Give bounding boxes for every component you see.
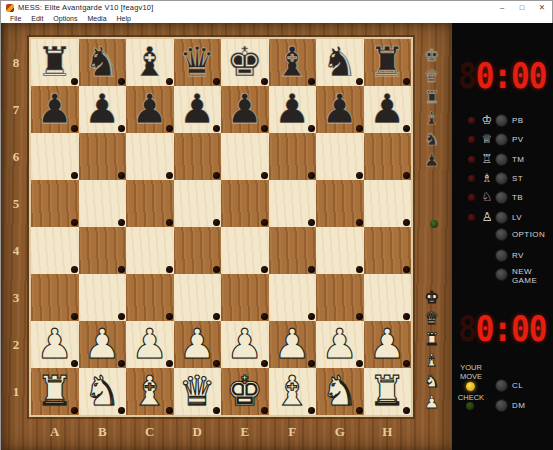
tray-black-pawn-icon[interactable]: ♟ [411, 150, 452, 171]
close-button[interactable]: ✕ [532, 1, 552, 14]
sensor-dot [118, 172, 125, 179]
sensor-dot [308, 266, 315, 273]
rank-label-4: 4 [1, 227, 31, 274]
sensor-dot [71, 266, 78, 273]
mame-logo-icon [6, 4, 14, 12]
square-b8[interactable]: ♞ [79, 39, 127, 86]
led-lv [468, 214, 475, 221]
panel-row-tb: ♘TB [452, 188, 553, 207]
sensor-dot [356, 266, 363, 273]
piece-white-pawn[interactable]: ♟ [31, 321, 79, 368]
piece-white-pawn[interactable]: ♟ [174, 321, 222, 368]
square-a8[interactable]: ♜ [31, 39, 79, 86]
chess-board-frame: ♜♞♝♛♚♝♞♜♟♟♟♟♟♟♟♟♟♟♟♟♟♟♟♟♜♞♝♛♚♝♞♜ 8765432… [1, 23, 452, 450]
clock-top-value: 0:00 [476, 56, 547, 96]
rank-label-3: 3 [1, 274, 31, 321]
pawn-icon: ♙ [479, 210, 495, 224]
sensor-dot [118, 266, 125, 273]
piece-white-pawn[interactable]: ♟ [79, 321, 127, 368]
sensor-dot [213, 313, 220, 320]
square-b7[interactable]: ♟ [79, 86, 127, 133]
piece-black-knight[interactable]: ♞ [316, 39, 364, 86]
sensor-dot [403, 313, 410, 320]
square-e5[interactable] [221, 180, 269, 227]
piece-white-queen[interactable]: ♛ [174, 368, 222, 415]
piece-black-pawn[interactable]: ♟ [31, 86, 79, 133]
sensor-dot [166, 219, 173, 226]
knight-icon: ♘ [479, 190, 495, 204]
tray-black-queen-icon[interactable]: ♛ [411, 66, 452, 87]
tray-select-led [430, 220, 438, 228]
panel-row-st: ♗ST [452, 169, 553, 188]
sensor-dot [166, 313, 173, 320]
piece-white-pawn[interactable]: ♟ [126, 321, 174, 368]
label-cl: CL [512, 381, 523, 390]
led-tb [468, 194, 475, 201]
square-a1[interactable]: ♜ [31, 368, 79, 415]
square-g2[interactable]: ♟ [316, 321, 364, 368]
file-label-h: H [364, 415, 412, 450]
square-d1[interactable]: ♛ [174, 368, 222, 415]
minimize-button[interactable]: – [492, 1, 512, 14]
square-f6[interactable] [269, 133, 317, 180]
label-tb: TB [512, 193, 523, 202]
square-f5[interactable] [269, 180, 317, 227]
queen-icon: ♕ [479, 132, 495, 146]
piece-white-knight[interactable]: ♞ [316, 368, 364, 415]
sensor-dot [261, 266, 268, 273]
led-st [468, 175, 475, 182]
square-c1[interactable]: ♝ [126, 368, 174, 415]
square-g1[interactable]: ♞ [316, 368, 364, 415]
content-area: ♜♞♝♛♚♝♞♜♟♟♟♟♟♟♟♟♟♟♟♟♟♟♟♟♜♞♝♛♚♝♞♜ 8765432… [1, 23, 553, 450]
square-e8[interactable]: ♚ [221, 39, 269, 86]
led-pb [468, 117, 475, 124]
menu-bar: FileEditOptionsMediaHelp [1, 14, 552, 23]
file-label-b: B [79, 415, 127, 450]
square-b6[interactable] [79, 133, 127, 180]
piece-black-pawn[interactable]: ♟ [174, 86, 222, 133]
square-e1[interactable]: ♚ [221, 368, 269, 415]
square-a7[interactable]: ♟ [31, 86, 79, 133]
file-labels: ABCDEFGH [31, 415, 411, 450]
rank-label-6: 6 [1, 133, 31, 180]
piece-white-bishop[interactable]: ♝ [269, 368, 317, 415]
sensor-dot [261, 172, 268, 179]
square-c6[interactable] [126, 133, 174, 180]
sensor-dot [213, 219, 220, 226]
sensor-dot [308, 313, 315, 320]
piece-black-pawn[interactable]: ♟ [126, 86, 174, 133]
sensor-dot [71, 219, 78, 226]
piece-black-knight[interactable]: ♞ [79, 39, 127, 86]
app-window: MESS: Elite Avantgarde V10 [feagv10] – □… [0, 0, 553, 450]
label-pb: PB [512, 116, 523, 125]
square-a5[interactable] [31, 180, 79, 227]
window-title: MESS: Elite Avantgarde V10 [feagv10] [18, 3, 153, 12]
tray-white-rook-icon[interactable]: ♜ [411, 329, 452, 350]
rank-label-1: 1 [1, 368, 31, 415]
piece-white-pawn[interactable]: ♟ [269, 321, 317, 368]
square-e7[interactable]: ♟ [221, 86, 269, 133]
piece-white-pawn[interactable]: ♟ [221, 321, 269, 368]
square-g5[interactable] [316, 180, 364, 227]
piece-black-pawn[interactable]: ♟ [316, 86, 364, 133]
button-rv[interactable] [496, 250, 507, 261]
file-label-a: A [31, 415, 79, 450]
rank-label-5: 5 [1, 180, 31, 227]
rank-labels: 87654321 [1, 39, 31, 415]
file-label-c: C [126, 415, 174, 450]
piece-white-rook[interactable]: ♜ [31, 368, 79, 415]
sensor-dot [213, 172, 220, 179]
square-a3[interactable] [31, 274, 79, 321]
tray-black-knight-icon[interactable]: ♞ [411, 129, 452, 150]
label-rv: RV [512, 251, 524, 260]
piece-white-rook[interactable]: ♜ [364, 368, 412, 415]
button-st[interactable] [496, 173, 507, 184]
button-new-game[interactable] [496, 269, 507, 280]
square-h4[interactable] [364, 227, 412, 274]
square-d3[interactable] [174, 274, 222, 321]
square-g8[interactable]: ♞ [316, 39, 364, 86]
square-f1[interactable]: ♝ [269, 368, 317, 415]
square-f4[interactable] [269, 227, 317, 274]
square-h8[interactable]: ♜ [364, 39, 412, 86]
square-b5[interactable] [79, 180, 127, 227]
king-icon: ♔ [479, 113, 495, 127]
sensor-dot [356, 313, 363, 320]
clock-display-bottom: 80:00 [458, 309, 553, 349]
menu-item-file[interactable]: File [6, 15, 27, 22]
square-e2[interactable]: ♟ [221, 321, 269, 368]
square-h6[interactable] [364, 133, 412, 180]
square-d4[interactable] [174, 227, 222, 274]
square-g4[interactable] [316, 227, 364, 274]
square-d2[interactable]: ♟ [174, 321, 222, 368]
window-controls: – □ ✕ [492, 1, 552, 14]
square-a4[interactable] [31, 227, 79, 274]
piece-white-knight[interactable]: ♞ [79, 368, 127, 415]
rook-icon: ♖ [479, 152, 495, 166]
button-tm[interactable] [496, 154, 507, 165]
square-c4[interactable] [126, 227, 174, 274]
square-e6[interactable] [221, 133, 269, 180]
square-h1[interactable]: ♜ [364, 368, 412, 415]
square-g6[interactable] [316, 133, 364, 180]
panel-row-new-game: NEWGAME [452, 262, 553, 281]
label-dm: DM [512, 401, 525, 410]
square-c5[interactable] [126, 180, 174, 227]
led-pv [468, 136, 475, 143]
square-e4[interactable] [221, 227, 269, 274]
bishop-icon: ♗ [479, 171, 495, 185]
sensor-dot [118, 313, 125, 320]
piece-white-king[interactable]: ♚ [221, 368, 269, 415]
sensor-dot [261, 219, 268, 226]
sensor-dot [118, 219, 125, 226]
tray-white-pieces: ♚♛♜♝♞♟ [411, 287, 452, 413]
square-h2[interactable]: ♟ [364, 321, 412, 368]
label-pv: PV [512, 135, 523, 144]
tray-white-knight-icon[interactable]: ♞ [411, 371, 452, 392]
piece-black-king[interactable]: ♚ [221, 39, 269, 86]
sensor-dot [308, 219, 315, 226]
menu-item-help[interactable]: Help [113, 15, 137, 22]
piece-black-pawn[interactable]: ♟ [364, 86, 412, 133]
panel-row-cl: CL [452, 376, 553, 395]
panel-row-dm: DM [452, 396, 553, 415]
square-d7[interactable]: ♟ [174, 86, 222, 133]
label-new-game: NEWGAME [512, 267, 537, 285]
menu-item-media[interactable]: Media [83, 15, 112, 22]
piece-black-pawn[interactable]: ♟ [221, 86, 269, 133]
button-pb[interactable] [496, 115, 507, 126]
square-g7[interactable]: ♟ [316, 86, 364, 133]
board-grid: ♜♞♝♛♚♝♞♜♟♟♟♟♟♟♟♟♟♟♟♟♟♟♟♟♜♞♝♛♚♝♞♜ [31, 39, 411, 415]
square-b1[interactable]: ♞ [79, 368, 127, 415]
tray-white-pawn-icon[interactable]: ♟ [411, 392, 452, 413]
sensor-dot [403, 219, 410, 226]
sensor-dot [213, 266, 220, 273]
button-lv[interactable] [496, 212, 507, 223]
file-label-f: F [269, 415, 317, 450]
file-label-e: E [221, 415, 269, 450]
sensor-dot [356, 219, 363, 226]
sensor-dot [71, 313, 78, 320]
square-g3[interactable] [316, 274, 364, 321]
sensor-dot [166, 266, 173, 273]
maximize-button[interactable]: □ [512, 1, 532, 14]
square-a6[interactable] [31, 133, 79, 180]
square-b2[interactable]: ♟ [79, 321, 127, 368]
button-option[interactable] [496, 229, 507, 240]
piece-black-pawn[interactable]: ♟ [79, 86, 127, 133]
square-f8[interactable]: ♝ [269, 39, 317, 86]
label-option: OPTION [512, 230, 545, 239]
file-label-d: D [174, 415, 222, 450]
panel-row-pv: ♕PV [452, 130, 553, 149]
clock-display-top: 80:00 [458, 56, 553, 96]
rank-label-8: 8 [1, 39, 31, 86]
piece-black-bishop[interactable]: ♝ [126, 39, 174, 86]
menu-item-options[interactable]: Options [49, 15, 83, 22]
sensor-dot [403, 172, 410, 179]
square-f3[interactable] [269, 274, 317, 321]
label-st: ST [512, 174, 523, 183]
led-tm [468, 156, 475, 163]
square-h7[interactable]: ♟ [364, 86, 412, 133]
square-f2[interactable]: ♟ [269, 321, 317, 368]
tray-black-king-icon[interactable]: ♚ [411, 45, 452, 66]
piece-black-bishop[interactable]: ♝ [269, 39, 317, 86]
square-d8[interactable]: ♛ [174, 39, 222, 86]
label-lv: LV [512, 213, 522, 222]
rank-label-2: 2 [1, 321, 31, 368]
square-d6[interactable] [174, 133, 222, 180]
sensor-dot [166, 172, 173, 179]
square-c3[interactable] [126, 274, 174, 321]
piece-black-rook[interactable]: ♜ [364, 39, 412, 86]
label-tm: TM [512, 155, 524, 164]
button-pv[interactable] [496, 134, 507, 145]
piece-white-bishop[interactable]: ♝ [126, 368, 174, 415]
tray-black-rook-icon[interactable]: ♜ [411, 87, 452, 108]
sensor-dot [261, 313, 268, 320]
tray-black-bishop-icon[interactable]: ♝ [411, 108, 452, 129]
sensor-dot [403, 266, 410, 273]
piece-black-pawn[interactable]: ♟ [269, 86, 317, 133]
panel-row-tm: ♖TM [452, 150, 553, 169]
square-e3[interactable] [221, 274, 269, 321]
square-f7[interactable]: ♟ [269, 86, 317, 133]
panel-row-option: OPTION [452, 225, 553, 244]
panel-row-lv: ♙LV [452, 208, 553, 227]
rank-label-7: 7 [1, 86, 31, 133]
piece-white-pawn[interactable]: ♟ [316, 321, 364, 368]
square-h5[interactable] [364, 180, 412, 227]
square-a2[interactable]: ♟ [31, 321, 79, 368]
tray-white-king-icon[interactable]: ♚ [411, 287, 452, 308]
control-panel: 80:00 ♔PB♕PV♖TM♗ST♘TB♙LV OPTIONRVNEWGAME… [452, 23, 553, 450]
clock-bottom-value: 0:00 [476, 309, 547, 349]
clock-ghost-digit: 8 [458, 56, 476, 96]
sensor-dot [71, 172, 78, 179]
menu-item-edit[interactable]: Edit [27, 15, 49, 22]
piece-white-pawn[interactable]: ♟ [364, 321, 412, 368]
tray-white-queen-icon[interactable]: ♛ [411, 308, 452, 329]
square-b4[interactable] [79, 227, 127, 274]
square-b3[interactable] [79, 274, 127, 321]
square-d5[interactable] [174, 180, 222, 227]
button-cl[interactable] [496, 380, 507, 391]
square-h3[interactable] [364, 274, 412, 321]
button-dm[interactable] [496, 400, 507, 411]
button-tb[interactable] [496, 192, 507, 203]
title-bar: MESS: Elite Avantgarde V10 [feagv10] – □… [1, 1, 552, 14]
file-label-g: G [316, 415, 364, 450]
sensor-dot [308, 172, 315, 179]
square-c7[interactable]: ♟ [126, 86, 174, 133]
clock-ghost-digit: 8 [458, 309, 476, 349]
sensor-dot [356, 172, 363, 179]
panel-row-pb: ♔PB [452, 111, 553, 130]
square-c2[interactable]: ♟ [126, 321, 174, 368]
tray-black-pieces: ♚♛♜♝♞♟ [411, 45, 452, 171]
piece-black-queen[interactable]: ♛ [174, 39, 222, 86]
piece-black-rook[interactable]: ♜ [31, 39, 79, 86]
tray-white-bishop-icon[interactable]: ♝ [411, 350, 452, 371]
square-c8[interactable]: ♝ [126, 39, 174, 86]
